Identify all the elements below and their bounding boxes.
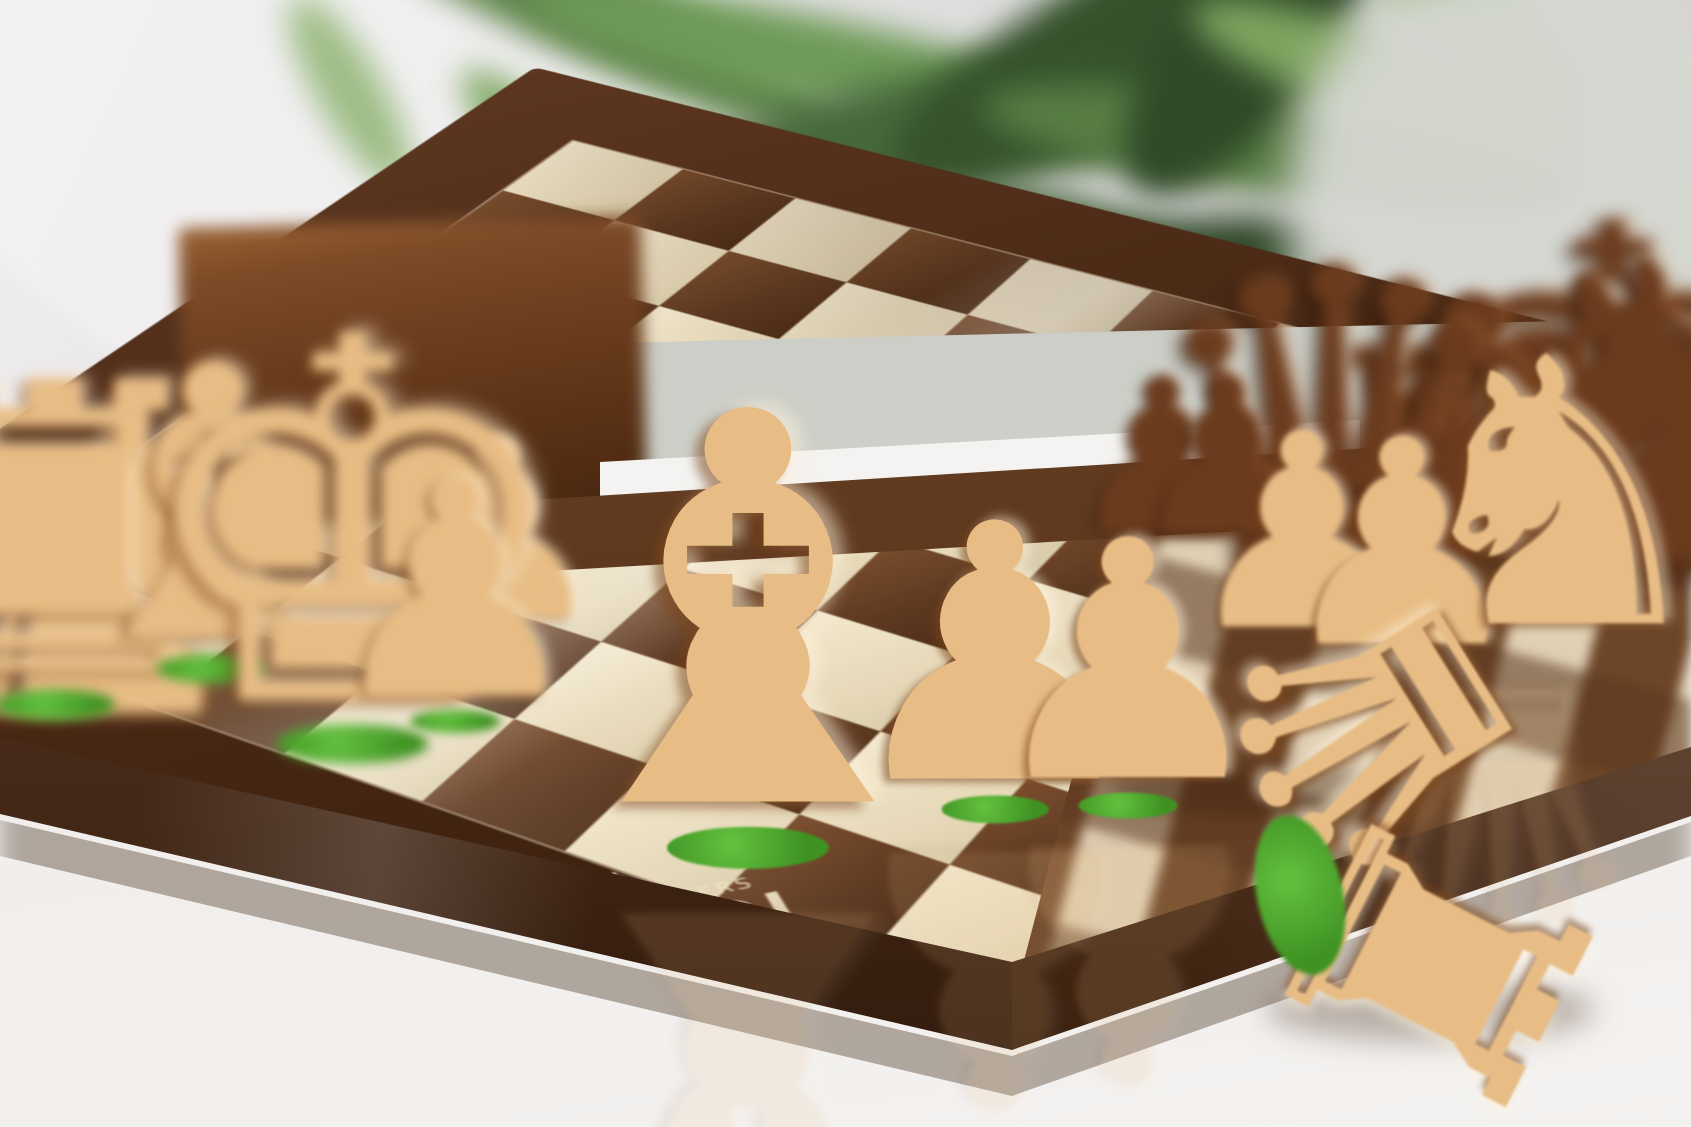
piece-light-bishop[interactable]: ♝ [506, 344, 990, 884]
chess-set-photo-scene: ♞ LES ÉCHIQUIERS DU ROI ♜♚♞♝♛♟♟♞♜♝♟♚♟♟♟♞… [0, 0, 1691, 1127]
pieces-layer: ♜♚♞♝♛♟♟♞♜♝♟♚♟♟♟♞♛♛♟♟♟♟♝♝♜ [0, 0, 1691, 1127]
piece-light-pawn[interactable]: ♟ [980, 498, 1276, 828]
